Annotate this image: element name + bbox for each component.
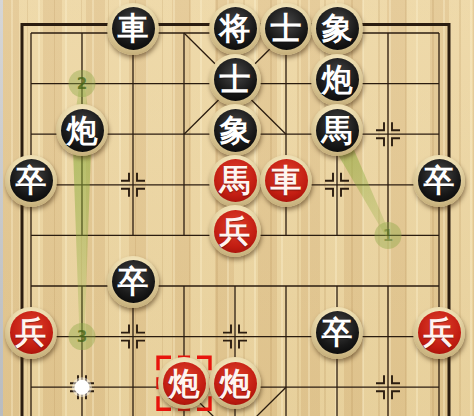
piece-glyph: 卒 (112, 260, 155, 303)
piece-black-cannon[interactable]: 炮 (56, 104, 108, 156)
cell-c8r3: 卒 (414, 159, 465, 210)
cell-c5r0: 士 (261, 8, 312, 59)
piece-black-soldier[interactable]: 卒 (311, 307, 363, 359)
piece-black-advisor[interactable]: 士 (260, 3, 312, 55)
piece-glyph: 卒 (418, 159, 461, 202)
piece-red-cannon-selected[interactable]: 炮 (158, 357, 210, 409)
cell-c0r3: 卒 (6, 159, 57, 210)
xiangqi-board[interactable]: 123 車将士象士炮炮象馬卒卒卒卒馬車兵兵兵炮炮 (0, 0, 474, 416)
piece-glyph: 車 (112, 7, 155, 50)
piece-glyph: 炮 (316, 58, 359, 101)
piece-glyph: 炮 (214, 362, 257, 405)
cell-c4r2: 象 (210, 109, 261, 160)
piece-glyph: 士 (214, 58, 257, 101)
screen-edge-strip (0, 0, 3, 416)
cell-c1r2: 炮 (57, 109, 108, 160)
cell-c6r0: 象 (312, 8, 363, 59)
cell-c4r1: 士 (210, 58, 261, 109)
piece-black-advisor[interactable]: 士 (209, 54, 261, 106)
piece-glyph: 卒 (10, 159, 53, 202)
cell-c6r2: 馬 (312, 109, 363, 160)
piece-black-chariot[interactable]: 車 (107, 3, 159, 55)
piece-glyph: 卒 (316, 311, 359, 354)
piece-glyph: 象 (316, 7, 359, 50)
piece-glyph: 兵 (214, 210, 257, 253)
piece-glyph: 兵 (10, 311, 53, 354)
piece-black-soldier[interactable]: 卒 (5, 155, 57, 207)
cell-c2r0: 車 (108, 8, 159, 59)
cell-c4r4: 兵 (210, 210, 261, 261)
piece-glyph: 兵 (418, 311, 461, 354)
piece-red-horse[interactable]: 馬 (209, 155, 261, 207)
cell-c4r3: 馬 (210, 159, 261, 210)
pieces-layer: 車将士象士炮炮象馬卒卒卒卒馬車兵兵兵炮炮 (6, 8, 465, 413)
piece-glyph: 士 (265, 7, 308, 50)
piece-black-horse[interactable]: 馬 (311, 104, 363, 156)
piece-glyph: 象 (214, 109, 257, 152)
cell-c5r3: 車 (261, 159, 312, 210)
piece-glyph: 馬 (214, 159, 257, 202)
piece-black-elephant[interactable]: 象 (209, 104, 261, 156)
piece-black-cannon[interactable]: 炮 (311, 54, 363, 106)
cell-c6r1: 炮 (312, 58, 363, 109)
cell-c2r5: 卒 (108, 261, 159, 312)
cell-c0r6: 兵 (6, 311, 57, 362)
piece-red-cannon[interactable]: 炮 (209, 357, 261, 409)
piece-black-elephant[interactable]: 象 (311, 3, 363, 55)
piece-red-soldier[interactable]: 兵 (209, 205, 261, 257)
piece-red-chariot[interactable]: 車 (260, 155, 312, 207)
piece-black-soldier[interactable]: 卒 (107, 256, 159, 308)
piece-glyph: 将 (214, 7, 257, 50)
cell-c8r6: 兵 (414, 311, 465, 362)
cell-c6r6: 卒 (312, 311, 363, 362)
piece-glyph: 車 (265, 159, 308, 202)
cell-c4r7: 炮 (210, 362, 261, 413)
cell-c4r0: 将 (210, 8, 261, 59)
piece-red-soldier[interactable]: 兵 (5, 307, 57, 359)
cell-c3r7: 炮 (159, 362, 210, 413)
piece-black-soldier[interactable]: 卒 (413, 155, 465, 207)
piece-black-general[interactable]: 将 (209, 3, 261, 55)
piece-glyph: 炮 (61, 109, 104, 152)
piece-glyph: 馬 (316, 109, 359, 152)
piece-glyph: 炮 (163, 362, 206, 405)
piece-red-soldier[interactable]: 兵 (413, 307, 465, 359)
